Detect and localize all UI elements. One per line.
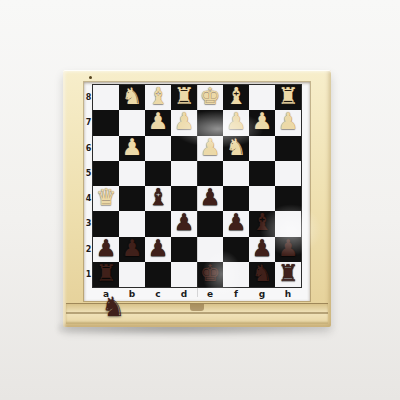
square-g1[interactable]: ♞ <box>249 262 275 287</box>
file-label-h: h <box>275 287 301 300</box>
ledge-notch <box>190 304 204 311</box>
file-label-e: e <box>197 287 223 300</box>
white-knight[interactable]: ♞ <box>226 136 247 159</box>
white-pawn[interactable]: ♟ <box>200 136 221 159</box>
white-queen[interactable]: ♛ <box>96 186 117 209</box>
square-e8[interactable]: ♚ <box>197 85 223 110</box>
square-h3[interactable] <box>275 211 301 236</box>
square-b5[interactable] <box>119 161 145 186</box>
wooden-frame: 87654321 ♞♝♜♚♝♜♟♟♟♟♟♟♟♞♛♝♟♟♟♝♟♟♟♟♟♜♚♞♜ a… <box>63 70 331 327</box>
square-g7[interactable]: ♟ <box>249 110 275 135</box>
square-a7[interactable] <box>93 110 119 135</box>
square-d5[interactable] <box>171 161 197 186</box>
white-rook[interactable]: ♜ <box>278 85 299 108</box>
white-rook[interactable]: ♜ <box>174 85 195 108</box>
square-g6[interactable] <box>249 136 275 161</box>
white-bishop[interactable]: ♝ <box>148 85 169 108</box>
square-b6[interactable]: ♟ <box>119 136 145 161</box>
square-e5[interactable] <box>197 161 223 186</box>
white-king[interactable]: ♚ <box>200 85 221 108</box>
square-g5[interactable] <box>249 161 275 186</box>
white-knight[interactable]: ♞ <box>122 85 143 108</box>
file-label-g: g <box>249 287 275 300</box>
square-g8[interactable] <box>249 85 275 110</box>
square-b1[interactable] <box>119 262 145 287</box>
file-label-d: d <box>171 287 197 300</box>
square-g2[interactable]: ♟ <box>249 237 275 262</box>
square-a8[interactable] <box>93 85 119 110</box>
rank-label-8: 8 <box>84 85 93 110</box>
square-h2[interactable]: ♟ <box>275 237 301 262</box>
square-d2[interactable] <box>171 237 197 262</box>
square-c1[interactable] <box>145 262 171 287</box>
black-rook[interactable]: ♜ <box>278 262 299 285</box>
square-f8[interactable]: ♝ <box>223 85 249 110</box>
file-label-c: c <box>145 287 171 300</box>
square-f6[interactable]: ♞ <box>223 136 249 161</box>
square-h8[interactable]: ♜ <box>275 85 301 110</box>
square-h1[interactable]: ♜ <box>275 262 301 287</box>
square-e2[interactable] <box>197 237 223 262</box>
square-a3[interactable] <box>93 211 119 236</box>
white-pawn[interactable]: ♟ <box>122 136 143 159</box>
square-d8[interactable]: ♜ <box>171 85 197 110</box>
square-e3[interactable] <box>197 211 223 236</box>
black-pawn[interactable]: ♟ <box>96 237 117 260</box>
square-d7[interactable]: ♟ <box>171 110 197 135</box>
rank-label-6: 6 <box>84 136 93 161</box>
square-a1[interactable]: ♜ <box>93 262 119 287</box>
black-pawn[interactable]: ♟ <box>200 186 221 209</box>
rank-label-4: 4 <box>84 186 93 211</box>
rank-label-1: 1 <box>84 262 93 287</box>
square-c5[interactable] <box>145 161 171 186</box>
board-panel: 87654321 ♞♝♜♚♝♜♟♟♟♟♟♟♟♞♛♝♟♟♟♝♟♟♟♟♟♜♚♞♜ a… <box>84 82 310 301</box>
rank-label-3: 3 <box>84 211 93 236</box>
square-c7[interactable]: ♟ <box>145 110 171 135</box>
white-pawn[interactable]: ♟ <box>174 110 195 133</box>
square-a6[interactable] <box>93 136 119 161</box>
white-bishop[interactable]: ♝ <box>226 85 247 108</box>
square-h6[interactable] <box>275 136 301 161</box>
square-e6[interactable]: ♟ <box>197 136 223 161</box>
white-pawn[interactable]: ♟ <box>252 110 273 133</box>
square-e1[interactable]: ♚ <box>197 262 223 287</box>
product-photo-scene: 87654321 ♞♝♜♚♝♜♟♟♟♟♟♟♟♞♛♝♟♟♟♝♟♟♟♟♟♜♚♞♜ a… <box>0 0 400 400</box>
rank-label-5: 5 <box>84 161 93 186</box>
square-f1[interactable] <box>223 262 249 287</box>
screw-hole <box>89 76 92 79</box>
square-d3[interactable]: ♟ <box>171 211 197 236</box>
square-f2[interactable] <box>223 237 249 262</box>
square-c6[interactable] <box>145 136 171 161</box>
square-g3[interactable]: ♝ <box>249 211 275 236</box>
square-c8[interactable]: ♝ <box>145 85 171 110</box>
square-a5[interactable] <box>93 161 119 186</box>
file-label-f: f <box>223 287 249 300</box>
square-b3[interactable] <box>119 211 145 236</box>
square-f5[interactable] <box>223 161 249 186</box>
black-pawn[interactable]: ♟ <box>122 237 143 260</box>
captured-black-knight[interactable]: ♞ <box>101 293 125 320</box>
rank-label-7: 7 <box>84 110 93 135</box>
black-pawn[interactable]: ♟ <box>278 237 299 260</box>
black-bishop[interactable]: ♝ <box>252 211 273 234</box>
square-e7[interactable] <box>197 110 223 135</box>
rank-label-2: 2 <box>84 237 93 262</box>
square-f3[interactable]: ♟ <box>223 211 249 236</box>
black-pawn[interactable]: ♟ <box>226 211 247 234</box>
white-pawn[interactable]: ♟ <box>148 110 169 133</box>
square-c3[interactable] <box>145 211 171 236</box>
black-rook[interactable]: ♜ <box>96 262 117 285</box>
square-a2[interactable]: ♟ <box>93 237 119 262</box>
square-b7[interactable] <box>119 110 145 135</box>
black-pawn[interactable]: ♟ <box>252 237 273 260</box>
square-h5[interactable] <box>275 161 301 186</box>
black-pawn[interactable]: ♟ <box>174 211 195 234</box>
square-e4[interactable]: ♟ <box>197 186 223 211</box>
square-a4[interactable]: ♛ <box>93 186 119 211</box>
square-d1[interactable] <box>171 262 197 287</box>
rank-labels: 87654321 <box>84 85 93 287</box>
black-bishop[interactable]: ♝ <box>148 186 169 209</box>
board-fold-seam <box>197 85 198 297</box>
black-pawn[interactable]: ♟ <box>148 237 169 260</box>
square-h7[interactable]: ♟ <box>275 110 301 135</box>
black-knight[interactable]: ♞ <box>252 262 273 285</box>
black-king[interactable]: ♚ <box>200 262 221 285</box>
square-d6[interactable] <box>171 136 197 161</box>
square-f4[interactable] <box>223 186 249 211</box>
square-g4[interactable] <box>249 186 275 211</box>
square-b8[interactable]: ♞ <box>119 85 145 110</box>
square-f7[interactable]: ♟ <box>223 110 249 135</box>
square-c2[interactable]: ♟ <box>145 237 171 262</box>
square-c4[interactable]: ♝ <box>145 186 171 211</box>
white-pawn[interactable]: ♟ <box>226 110 247 133</box>
square-d4[interactable] <box>171 186 197 211</box>
square-b2[interactable]: ♟ <box>119 237 145 262</box>
square-b4[interactable] <box>119 186 145 211</box>
white-pawn[interactable]: ♟ <box>278 110 299 133</box>
square-h4[interactable] <box>275 186 301 211</box>
